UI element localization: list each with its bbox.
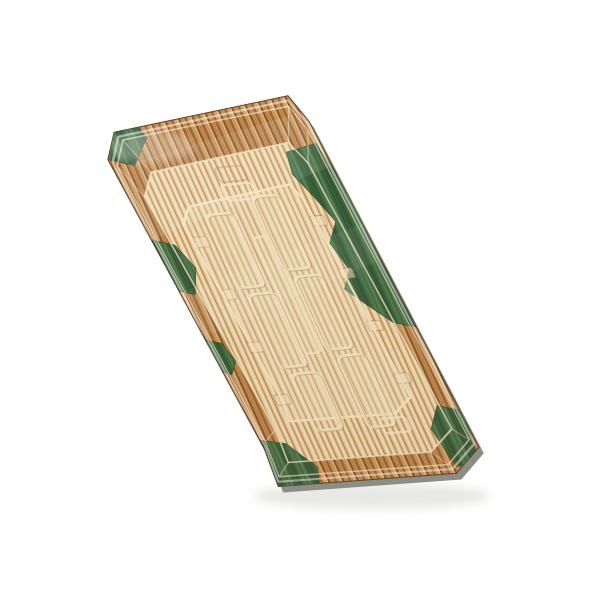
sushi-tray-illustration (0, 0, 600, 600)
tray (86, 93, 494, 500)
product-photo: Empty rectangular disposable sushi tray … (0, 0, 600, 600)
tone-overlay (88, 93, 489, 493)
